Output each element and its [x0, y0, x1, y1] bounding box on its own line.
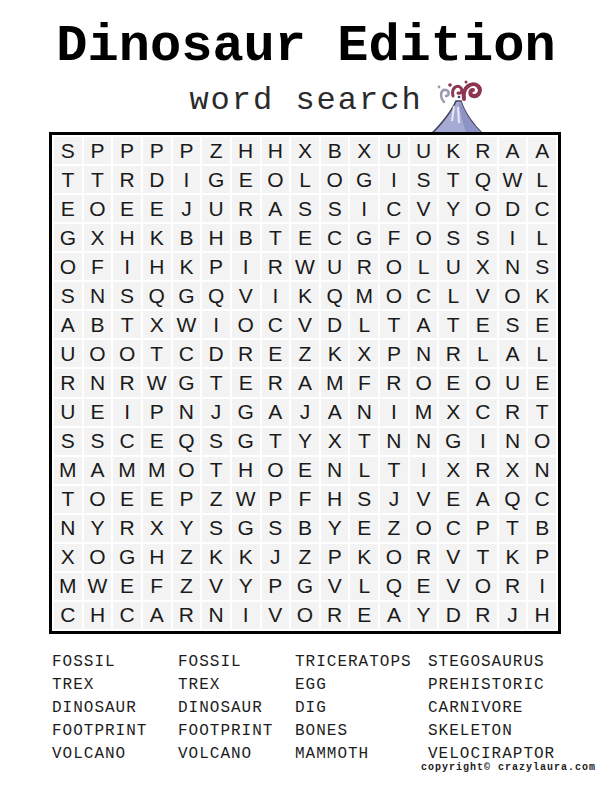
grid-cell[interactable]: W — [84, 573, 112, 600]
grid-cell[interactable]: P — [143, 399, 171, 426]
grid-cell[interactable]: S — [262, 515, 290, 542]
grid-cell[interactable]: G — [113, 544, 141, 571]
grid-cell[interactable]: Y — [410, 602, 438, 629]
grid-cell[interactable]: Q — [380, 573, 408, 600]
grid-cell[interactable]: R — [499, 399, 527, 426]
grid-cell[interactable]: E — [291, 457, 319, 484]
grid-cell[interactable]: C — [262, 311, 290, 338]
grid-cell[interactable]: N — [499, 428, 527, 455]
grid-cell[interactable]: L — [439, 282, 467, 309]
grid-cell[interactable]: V — [291, 311, 319, 338]
grid-cell[interactable]: U — [321, 253, 349, 280]
grid-cell[interactable]: E — [84, 399, 112, 426]
grid-cell[interactable]: Z — [380, 515, 408, 542]
grid-cell[interactable]: C — [410, 282, 438, 309]
grid-cell[interactable]: M — [143, 457, 171, 484]
grid-cell[interactable]: R — [54, 369, 82, 396]
grid-cell[interactable]: V — [410, 195, 438, 222]
grid-cell[interactable]: S — [113, 282, 141, 309]
grid-cell[interactable]: I — [232, 253, 260, 280]
grid-cell[interactable]: O — [54, 253, 82, 280]
grid-cell[interactable]: Y — [439, 195, 467, 222]
grid-cell[interactable]: R — [439, 340, 467, 367]
grid-cell[interactable]: T — [54, 486, 82, 513]
grid-cell[interactable]: C — [439, 515, 467, 542]
grid-cell[interactable]: S — [54, 428, 82, 455]
grid-cell[interactable]: U — [410, 137, 438, 164]
grid-cell[interactable]: C — [173, 340, 201, 367]
grid-cell[interactable]: K — [202, 544, 230, 571]
grid-cell[interactable]: L — [469, 340, 497, 367]
grid-cell[interactable]: T — [380, 311, 408, 338]
grid-cell[interactable]: Q — [321, 282, 349, 309]
grid-cell[interactable]: M — [321, 369, 349, 396]
grid-cell[interactable]: A — [321, 399, 349, 426]
grid-cell[interactable]: R — [350, 253, 378, 280]
grid-cell[interactable]: R — [410, 544, 438, 571]
grid-cell[interactable]: L — [350, 573, 378, 600]
grid-cell[interactable]: D — [499, 195, 527, 222]
grid-cell[interactable]: H — [262, 137, 290, 164]
grid-cell[interactable]: N — [173, 399, 201, 426]
grid-cell[interactable]: E — [143, 428, 171, 455]
grid-cell[interactable]: O — [173, 457, 201, 484]
grid-cell[interactable]: C — [113, 428, 141, 455]
grid-cell[interactable]: V — [469, 282, 497, 309]
grid-cell[interactable]: X — [321, 428, 349, 455]
grid-cell[interactable]: T — [439, 166, 467, 193]
grid-cell[interactable]: R — [469, 137, 497, 164]
grid-cell[interactable]: Y — [291, 428, 319, 455]
grid-cell[interactable]: O — [410, 224, 438, 251]
grid-cell[interactable]: M — [54, 457, 82, 484]
grid-cell[interactable]: L — [528, 166, 556, 193]
grid-cell[interactable]: O — [84, 195, 112, 222]
grid-cell[interactable]: V — [232, 282, 260, 309]
grid-cell[interactable]: L — [350, 457, 378, 484]
grid-cell[interactable]: O — [380, 544, 408, 571]
word-list-item: SKELETON — [428, 720, 555, 743]
grid-cell[interactable]: E — [291, 224, 319, 251]
grid-cell[interactable]: A — [528, 137, 556, 164]
grid-cell[interactable]: A — [380, 602, 408, 629]
grid-cell[interactable]: Q — [202, 282, 230, 309]
grid-cell[interactable]: S — [469, 224, 497, 251]
grid-cell[interactable]: T — [202, 457, 230, 484]
grid-cell[interactable]: D — [321, 311, 349, 338]
grid-cell[interactable]: O — [291, 602, 319, 629]
grid-cell[interactable]: J — [380, 486, 408, 513]
grid-cell[interactable]: G — [232, 428, 260, 455]
grid-cell[interactable]: C — [380, 195, 408, 222]
grid-cell[interactable]: A — [143, 602, 171, 629]
grid-cell[interactable]: I — [528, 573, 556, 600]
grid-cell[interactable]: S — [84, 428, 112, 455]
grid-cell[interactable]: I — [113, 399, 141, 426]
grid-cell[interactable]: X — [143, 515, 171, 542]
grid-cell[interactable]: F — [291, 486, 319, 513]
grid-cell[interactable]: N — [54, 515, 82, 542]
grid-cell[interactable]: X — [350, 137, 378, 164]
grid-cell[interactable]: U — [380, 137, 408, 164]
grid-cell[interactable]: K — [321, 340, 349, 367]
grid-cell[interactable]: E — [54, 195, 82, 222]
grid-cell[interactable]: L — [410, 253, 438, 280]
grid-cell[interactable]: G — [350, 224, 378, 251]
grid-cell[interactable]: A — [262, 399, 290, 426]
grid-cell[interactable]: P — [262, 486, 290, 513]
grid-cell[interactable]: U — [54, 340, 82, 367]
grid-cell[interactable]: R — [232, 340, 260, 367]
grid-cell[interactable]: G — [350, 166, 378, 193]
grid-cell[interactable]: T — [499, 515, 527, 542]
grid-cell[interactable]: S — [54, 137, 82, 164]
grid-cell[interactable]: G — [202, 166, 230, 193]
grid-cell[interactable]: O — [410, 369, 438, 396]
grid-cell[interactable]: K — [350, 544, 378, 571]
grid-cell[interactable]: X — [439, 457, 467, 484]
grid-cell[interactable]: L — [291, 166, 319, 193]
grid-cell[interactable]: S — [54, 282, 82, 309]
grid-cell[interactable]: H — [113, 224, 141, 251]
grid-cell[interactable]: N — [84, 282, 112, 309]
grid-cell[interactable]: H — [321, 486, 349, 513]
grid-cell[interactable]: Z — [202, 486, 230, 513]
grid-cell[interactable]: P — [113, 137, 141, 164]
grid-cell[interactable]: X — [350, 340, 378, 367]
grid-cell[interactable]: C — [469, 399, 497, 426]
grid-cell[interactable]: I — [262, 282, 290, 309]
grid-cell[interactable]: O — [499, 282, 527, 309]
grid-cell[interactable]: H — [202, 224, 230, 251]
grid-cell[interactable]: I — [380, 399, 408, 426]
grid-cell[interactable]: I — [232, 602, 260, 629]
grid-cell[interactable]: H — [528, 602, 556, 629]
grid-cell[interactable]: D — [143, 166, 171, 193]
grid-cell[interactable]: N — [321, 457, 349, 484]
grid-cell[interactable]: P — [262, 573, 290, 600]
grid-cell[interactable]: C — [528, 486, 556, 513]
grid-cell[interactable]: Z — [291, 544, 319, 571]
grid-cell[interactable]: X — [291, 137, 319, 164]
grid-cell[interactable]: S — [350, 486, 378, 513]
grid-cell[interactable]: O — [84, 544, 112, 571]
word-list-column: FOSSILTREXDINOSAURFOOTPRINTVOLCANO — [52, 651, 147, 766]
grid-cell[interactable]: T — [202, 369, 230, 396]
grid-cell[interactable]: Y — [173, 515, 201, 542]
grid-cell[interactable]: W — [291, 253, 319, 280]
grid-cell[interactable]: S — [499, 311, 527, 338]
grid-cell[interactable]: R — [173, 602, 201, 629]
grid-cell[interactable]: O — [528, 428, 556, 455]
grid-cell[interactable]: D — [202, 340, 230, 367]
grid-cell[interactable]: F — [143, 573, 171, 600]
grid-cell[interactable]: Q — [499, 486, 527, 513]
grid-cell[interactable]: K — [232, 544, 260, 571]
grid-cell[interactable]: X — [54, 544, 82, 571]
grid-cell[interactable]: I — [113, 253, 141, 280]
grid-cell[interactable]: D — [439, 602, 467, 629]
grid-cell[interactable]: E — [350, 602, 378, 629]
grid-cell[interactable]: I — [469, 428, 497, 455]
grid-cell[interactable]: P — [528, 544, 556, 571]
grid-cell[interactable]: M — [113, 457, 141, 484]
grid-cell[interactable]: V — [439, 573, 467, 600]
grid-cell[interactable]: O — [469, 195, 497, 222]
grid-cell[interactable]: M — [410, 399, 438, 426]
grid-cell[interactable]: E — [439, 369, 467, 396]
grid-cell[interactable]: Q — [469, 166, 497, 193]
grid-cell[interactable]: W — [173, 311, 201, 338]
grid-cell[interactable]: F — [380, 224, 408, 251]
grid-cell[interactable]: G — [173, 369, 201, 396]
grid-cell[interactable]: C — [528, 195, 556, 222]
grid-cell[interactable]: Y — [84, 515, 112, 542]
grid-cell[interactable]: A — [291, 369, 319, 396]
grid-cell[interactable]: X — [439, 399, 467, 426]
grid-cell[interactable]: A — [499, 340, 527, 367]
grid-cell[interactable]: O — [84, 340, 112, 367]
grid-cell[interactable]: B — [291, 515, 319, 542]
grid-cell[interactable]: T — [262, 428, 290, 455]
grid-cell[interactable]: E — [232, 369, 260, 396]
grid-cell[interactable]: O — [113, 340, 141, 367]
grid-cell[interactable]: A — [262, 195, 290, 222]
grid-cell[interactable]: W — [499, 166, 527, 193]
grid-cell[interactable]: I — [410, 457, 438, 484]
grid-cell[interactable]: E — [262, 340, 290, 367]
grid-cell[interactable]: V — [321, 573, 349, 600]
grid-cell[interactable]: U — [439, 253, 467, 280]
grid-cell[interactable]: R — [469, 457, 497, 484]
grid-cell[interactable]: K — [439, 137, 467, 164]
grid-cell[interactable]: J — [202, 399, 230, 426]
word-list-item: TREX — [178, 674, 273, 697]
grid-cell[interactable]: O — [262, 166, 290, 193]
grid-cell[interactable]: R — [232, 195, 260, 222]
grid-cell[interactable]: N — [410, 340, 438, 367]
grid-cell[interactable]: S — [202, 428, 230, 455]
grid-cell[interactable]: E — [469, 311, 497, 338]
grid-cell[interactable]: L — [528, 224, 556, 251]
grid-cell[interactable]: U — [54, 399, 82, 426]
grid-cell[interactable]: G — [291, 573, 319, 600]
grid-cell[interactable]: O — [84, 486, 112, 513]
grid-cell[interactable]: G — [439, 428, 467, 455]
grid-cell[interactable]: E — [143, 486, 171, 513]
grid-cell[interactable]: P — [143, 137, 171, 164]
grid-cell[interactable]: E — [143, 195, 171, 222]
grid-cell[interactable]: J — [499, 602, 527, 629]
grid-cell[interactable]: P — [173, 137, 201, 164]
grid-cell[interactable]: K — [528, 282, 556, 309]
word-list-item: FOSSIL — [52, 651, 147, 674]
grid-cell[interactable]: H — [143, 544, 171, 571]
grid-cell[interactable]: T — [350, 428, 378, 455]
grid-cell[interactable]: R — [262, 253, 290, 280]
grid-cell[interactable]: A — [54, 311, 82, 338]
grid-cell[interactable]: J — [262, 544, 290, 571]
grid-cell[interactable]: I — [350, 195, 378, 222]
word-list-item: VOLCANO — [178, 743, 273, 766]
grid-cell[interactable]: E — [528, 369, 556, 396]
grid-cell[interactable]: U — [499, 369, 527, 396]
grid-cell[interactable]: O — [321, 166, 349, 193]
grid-cell[interactable]: T — [54, 166, 82, 193]
grid-cell[interactable]: Z — [202, 137, 230, 164]
grid-cell[interactable]: K — [499, 544, 527, 571]
grid-cell[interactable]: Z — [173, 544, 201, 571]
grid-cell[interactable]: Q — [143, 282, 171, 309]
grid-cell[interactable]: A — [84, 457, 112, 484]
grid-cell[interactable]: H — [232, 457, 260, 484]
grid-cell[interactable]: G — [173, 282, 201, 309]
grid-cell[interactable]: S — [528, 253, 556, 280]
grid-cell[interactable]: R — [113, 369, 141, 396]
grid-cell[interactable]: O — [380, 253, 408, 280]
grid-cell[interactable]: E — [232, 166, 260, 193]
grid-cell[interactable]: I — [499, 224, 527, 251]
word-list-item: TREX — [52, 674, 147, 697]
grid-cell[interactable]: K — [143, 224, 171, 251]
grid-cell[interactable]: K — [291, 282, 319, 309]
grid-cell[interactable]: R — [469, 602, 497, 629]
grid-cell[interactable]: Y — [321, 515, 349, 542]
grid-cell[interactable]: X — [143, 311, 171, 338]
grid-cell[interactable]: N — [499, 253, 527, 280]
grid-cell[interactable]: P — [380, 340, 408, 367]
grid-cell[interactable]: I — [173, 166, 201, 193]
grid-cell[interactable]: G — [54, 224, 82, 251]
grid-cell[interactable]: E — [113, 486, 141, 513]
grid-cell[interactable]: Q — [173, 428, 201, 455]
grid-cell[interactable]: X — [499, 457, 527, 484]
grid-cell[interactable]: C — [321, 224, 349, 251]
grid-cell[interactable]: P — [202, 253, 230, 280]
grid-cell[interactable]: R — [262, 369, 290, 396]
grid-cell[interactable]: T — [262, 224, 290, 251]
grid-cell[interactable]: A — [499, 137, 527, 164]
grid-cell[interactable]: S — [321, 195, 349, 222]
grid-cell[interactable]: U — [202, 195, 230, 222]
grid-cell[interactable]: R — [113, 515, 141, 542]
grid-cell[interactable]: H — [232, 137, 260, 164]
grid-cell[interactable]: S — [291, 195, 319, 222]
grid-cell[interactable]: S — [202, 515, 230, 542]
grid-cell[interactable]: O — [232, 311, 260, 338]
grid-cell[interactable]: T — [143, 340, 171, 367]
grid-cell[interactable]: S — [410, 166, 438, 193]
grid-cell[interactable]: G — [232, 399, 260, 426]
grid-cell[interactable]: T — [439, 311, 467, 338]
grid-cell[interactable]: C — [54, 602, 82, 629]
grid-cell[interactable]: M — [350, 282, 378, 309]
grid-cell[interactable]: B — [321, 137, 349, 164]
grid-cell[interactable]: O — [469, 369, 497, 396]
grid-cell[interactable]: O — [410, 515, 438, 542]
grid-cell[interactable]: T — [380, 457, 408, 484]
grid-cell[interactable]: E — [113, 573, 141, 600]
grid-cell[interactable]: E — [350, 515, 378, 542]
word-search-grid: SPPPPZHHXBXUUKRAATTRDIGEOLOGISTQWLEOEEJU… — [49, 132, 561, 634]
grid-cell[interactable]: B — [528, 515, 556, 542]
grid-cell[interactable]: P — [321, 544, 349, 571]
word-list-item: PREHISTORIC — [428, 674, 555, 697]
grid-cell[interactable]: R — [380, 369, 408, 396]
grid-cell[interactable]: T — [528, 399, 556, 426]
grid-cell[interactable]: P — [84, 137, 112, 164]
grid-cell[interactable]: I — [202, 311, 230, 338]
grid-cell[interactable]: R — [499, 573, 527, 600]
grid-cell[interactable]: Z — [291, 340, 319, 367]
grid-cell[interactable]: P — [173, 486, 201, 513]
grid-cell[interactable]: O — [262, 457, 290, 484]
grid-cell[interactable]: F — [350, 369, 378, 396]
grid-cell[interactable]: L — [350, 311, 378, 338]
grid-cell[interactable]: V — [202, 573, 230, 600]
grid-cell[interactable]: P — [469, 515, 497, 542]
grid-cell[interactable]: E — [113, 195, 141, 222]
grid-cell[interactable]: W — [143, 369, 171, 396]
grid-cell[interactable]: N — [410, 428, 438, 455]
grid-cell[interactable]: O — [469, 573, 497, 600]
word-list-item: FOOTPRINT — [178, 720, 273, 743]
grid-cell[interactable]: N — [84, 369, 112, 396]
grid-cell[interactable]: N — [380, 428, 408, 455]
grid-cell[interactable]: B — [84, 311, 112, 338]
grid-cell[interactable]: B — [232, 224, 260, 251]
grid-cell[interactable]: T — [84, 166, 112, 193]
grid-cell[interactable]: H — [143, 253, 171, 280]
grid-cell[interactable]: M — [54, 573, 82, 600]
grid-cell[interactable]: J — [173, 195, 201, 222]
grid-cell[interactable]: T — [113, 311, 141, 338]
grid-cell[interactable]: N — [202, 602, 230, 629]
grid-cell[interactable]: R — [113, 166, 141, 193]
grid-cell[interactable]: G — [232, 515, 260, 542]
grid-cell[interactable]: E — [410, 573, 438, 600]
grid-cell[interactable]: A — [469, 486, 497, 513]
grid-cell[interactable]: X — [469, 253, 497, 280]
grid-cell[interactable]: S — [439, 224, 467, 251]
grid-cell[interactable]: O — [380, 282, 408, 309]
grid-cell[interactable]: Y — [232, 573, 260, 600]
grid-cell[interactable]: X — [84, 224, 112, 251]
grid-cell[interactable]: V — [262, 602, 290, 629]
grid-cell[interactable]: J — [291, 399, 319, 426]
grid-cell[interactable]: H — [84, 602, 112, 629]
grid-cell[interactable]: R — [321, 602, 349, 629]
grid-cell[interactable]: V — [410, 486, 438, 513]
grid-cell[interactable]: N — [350, 399, 378, 426]
grid-cell[interactable]: A — [410, 311, 438, 338]
grid-cell[interactable]: V — [439, 544, 467, 571]
grid-cell[interactable]: I — [380, 166, 408, 193]
grid-cell[interactable]: T — [469, 544, 497, 571]
grid-cell[interactable]: B — [173, 224, 201, 251]
grid-cell[interactable]: L — [528, 340, 556, 367]
grid-cell[interactable]: K — [173, 253, 201, 280]
grid-cell[interactable]: C — [113, 602, 141, 629]
grid-cell[interactable]: E — [439, 486, 467, 513]
grid-cell[interactable]: N — [528, 457, 556, 484]
page-title: Dinosaur Edition — [0, 20, 612, 75]
page-subtitle: word search — [0, 82, 612, 119]
grid-cell[interactable]: F — [84, 253, 112, 280]
grid-cell[interactable]: Z — [173, 573, 201, 600]
grid-cell[interactable]: W — [232, 486, 260, 513]
grid-cell[interactable]: E — [528, 311, 556, 338]
